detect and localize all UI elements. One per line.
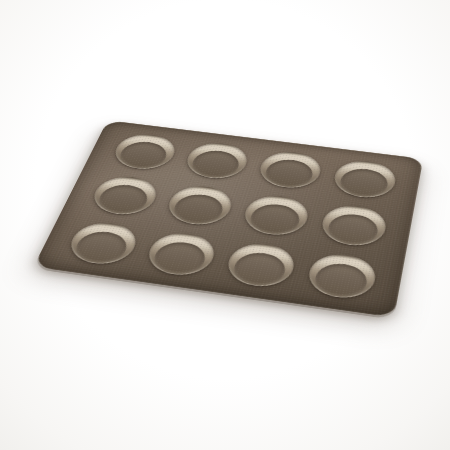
muffin-cup-r2c4	[318, 202, 389, 249]
cup-grid	[33, 120, 423, 317]
muffin-cup-r3c4	[304, 251, 379, 302]
muffin-cup-r3c2	[142, 230, 220, 279]
muffin-cup-r2c2	[162, 183, 236, 228]
cup-floor	[188, 149, 242, 181]
photo-canvas	[0, 0, 450, 450]
muffin-cup-r3c1	[63, 219, 142, 267]
cup-cell-r3c3	[212, 234, 308, 297]
muffin-cup-r1c2	[181, 140, 252, 181]
cup-floor	[338, 167, 390, 200]
muffin-cup-r2c1	[87, 174, 163, 218]
muffin-cup-r1c4	[330, 158, 398, 201]
cup-floor	[312, 261, 369, 300]
cup-floor	[150, 240, 210, 278]
muffin-cup-r1c3	[255, 149, 324, 191]
cup-floor	[326, 212, 380, 248]
cup-floor	[94, 183, 152, 217]
cup-cell-r3c4	[294, 245, 388, 309]
cup-floor	[247, 202, 303, 237]
cup-floor	[116, 140, 171, 171]
cup-floor	[71, 229, 132, 266]
muffin-cup-r3c3	[222, 240, 299, 290]
muffin-cup-r2c3	[239, 193, 312, 239]
cup-floor	[230, 250, 288, 288]
muffin-cup-r1c1	[109, 131, 181, 172]
muffin-pan	[33, 120, 423, 317]
cup-floor	[170, 192, 227, 226]
cup-floor	[262, 158, 315, 190]
